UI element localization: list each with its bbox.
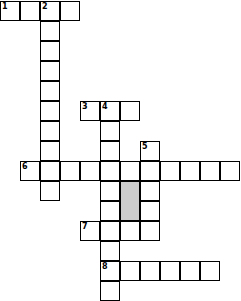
clue-number-3: 3: [82, 102, 88, 111]
clue-number-2: 2: [42, 2, 48, 11]
clue-number-7: 7: [82, 222, 88, 231]
cell-r2-c2[interactable]: [40, 41, 60, 61]
cell-r8-c3[interactable]: [60, 161, 80, 181]
cell-r10-c5[interactable]: [100, 201, 120, 221]
cell-r8-c9[interactable]: [180, 161, 200, 181]
crossword-board: 12345678: [0, 0, 241, 301]
cell-r10-c7[interactable]: [140, 201, 160, 221]
cell-r0-c1[interactable]: [20, 1, 40, 21]
cell-r8-c4[interactable]: [80, 161, 100, 181]
cell-r6-c2[interactable]: [40, 121, 60, 141]
clue-number-5: 5: [142, 142, 148, 151]
cell-r13-c8[interactable]: [160, 261, 180, 281]
cell-r1-c2[interactable]: [40, 21, 60, 41]
cell-r0-c0[interactable]: 1: [0, 1, 20, 21]
cell-r8-c8[interactable]: [160, 161, 180, 181]
cell-r7-c7[interactable]: 5: [140, 141, 160, 161]
cell-r14-c5[interactable]: [100, 281, 120, 301]
cell-r12-c5[interactable]: [100, 241, 120, 261]
cell-r13-c5[interactable]: 8: [100, 261, 120, 281]
cell-r8-c10[interactable]: [200, 161, 220, 181]
cell-r8-c2[interactable]: [40, 161, 60, 181]
cell-r5-c5[interactable]: 4: [100, 101, 120, 121]
cell-r13-c9[interactable]: [180, 261, 200, 281]
cell-r0-c2[interactable]: 2: [40, 1, 60, 21]
cell-r5-c2[interactable]: [40, 101, 60, 121]
cell-r5-c6[interactable]: [120, 101, 140, 121]
cell-r9-c5[interactable]: [100, 181, 120, 201]
cell-r8-c11[interactable]: [220, 161, 240, 181]
cell-r13-c7[interactable]: [140, 261, 160, 281]
cell-r9-c7[interactable]: [140, 181, 160, 201]
cell-r8-c7[interactable]: [140, 161, 160, 181]
cell-r6-c5[interactable]: [100, 121, 120, 141]
cell-r8-c5[interactable]: [100, 161, 120, 181]
clue-number-4: 4: [102, 102, 108, 111]
cell-r11-c6[interactable]: [120, 221, 140, 241]
cell-r8-c1[interactable]: 6: [20, 161, 40, 181]
cell-r0-c3[interactable]: [60, 1, 80, 21]
cell-r9-c2[interactable]: [40, 181, 60, 201]
cell-r11-c7[interactable]: [140, 221, 160, 241]
cell-r3-c2[interactable]: [40, 61, 60, 81]
cell-r13-c10[interactable]: [200, 261, 220, 281]
shaded-block-r9-c6: [120, 181, 140, 221]
cell-r13-c6[interactable]: [120, 261, 140, 281]
cell-r7-c2[interactable]: [40, 141, 60, 161]
cell-r8-c6[interactable]: [120, 161, 140, 181]
cell-r5-c4[interactable]: 3: [80, 101, 100, 121]
clue-number-1: 1: [2, 2, 8, 11]
crossword-grid: 12345678: [0, 1, 240, 301]
cell-r11-c4[interactable]: 7: [80, 221, 100, 241]
clue-number-6: 6: [22, 162, 28, 171]
cell-r4-c2[interactable]: [40, 81, 60, 101]
cell-r7-c5[interactable]: [100, 141, 120, 161]
cell-r11-c5[interactable]: [100, 221, 120, 241]
clue-number-8: 8: [102, 262, 108, 271]
